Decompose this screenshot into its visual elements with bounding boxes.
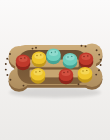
- treat-hole: [32, 48, 34, 50]
- treat-hole: [98, 54, 100, 56]
- disc-teal-top-slot4[interactable]: [63, 53, 78, 69]
- treat-hole: [85, 45, 87, 47]
- disc-red-top-slot5[interactable]: [79, 52, 94, 68]
- treat-hole: [23, 85, 25, 87]
- treat-hole: [35, 47, 37, 49]
- treat-hole: [100, 59, 102, 61]
- disc-red-top-slot1[interactable]: [16, 54, 31, 70]
- treat-hole: [81, 45, 83, 47]
- disc-yellow-bottom-slot5[interactable]: [78, 67, 93, 83]
- treat-hole: [9, 79, 11, 81]
- disc-teal-top-slot3[interactable]: [46, 48, 61, 64]
- dog-puzzle-board-photo: [0, 0, 110, 140]
- treat-hole: [5, 69, 7, 71]
- disc-red-bottom-slot4[interactable]: [59, 68, 74, 84]
- treat-hole: [78, 83, 80, 85]
- treat-hole: [98, 69, 100, 71]
- treat-hole: [6, 58, 8, 60]
- treat-hole: [9, 53, 11, 55]
- scene-background: [0, 0, 110, 140]
- treat-hole: [96, 49, 98, 51]
- treat-hole: [95, 74, 97, 76]
- treat-hole: [100, 64, 102, 66]
- treat-hole: [6, 74, 8, 76]
- disc-yellow-top-slot2[interactable]: [32, 51, 47, 67]
- disc-yellow-bottom-slot2[interactable]: [31, 68, 46, 84]
- treat-hole: [5, 63, 7, 65]
